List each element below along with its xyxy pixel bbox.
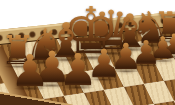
pawn-piece: ♟ [58,48,97,92]
pieces-layer: ♜♞♝♚♛♝♞♜♟♟♟♟♟♟♟♟ [0,0,175,105]
pawn-piece: ♟ [10,49,49,93]
chess-set-photo: ♜♞♝♚♛♝♞♜♟♟♟♟♟♟♟♟ [0,0,175,105]
